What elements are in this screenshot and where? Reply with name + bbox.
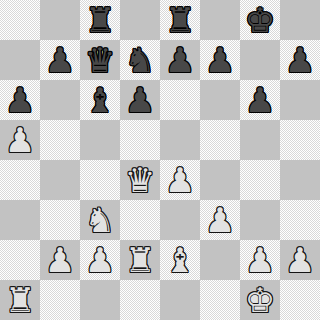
square-h7[interactable]: ♟ — [280, 40, 320, 80]
square-a8[interactable] — [0, 0, 40, 40]
square-b3[interactable] — [40, 200, 80, 240]
square-c3[interactable]: ♞ — [80, 200, 120, 240]
square-d2[interactable]: ♜ — [120, 240, 160, 280]
square-c7[interactable]: ♛ — [80, 40, 120, 80]
square-e2[interactable]: ♝ — [160, 240, 200, 280]
square-a7[interactable] — [0, 40, 40, 80]
square-e4[interactable]: ♟ — [160, 160, 200, 200]
square-a1[interactable]: ♜ — [0, 280, 40, 320]
square-c8[interactable]: ♜ — [80, 0, 120, 40]
square-f2[interactable] — [200, 240, 240, 280]
square-e6[interactable] — [160, 80, 200, 120]
white-pawn[interactable]: ♟ — [85, 240, 115, 280]
square-e8[interactable]: ♜ — [160, 0, 200, 40]
square-b7[interactable]: ♟ — [40, 40, 80, 80]
square-e3[interactable] — [160, 200, 200, 240]
square-e7[interactable]: ♟ — [160, 40, 200, 80]
black-pawn[interactable]: ♟ — [5, 80, 35, 120]
chess-board: ♜♜♚♟♛♞♟♟♟♟♝♟♟♟♛♟♞♟♟♟♜♝♟♟♜♚ — [0, 0, 320, 320]
square-b5[interactable] — [40, 120, 80, 160]
white-pawn[interactable]: ♟ — [285, 240, 315, 280]
square-h2[interactable]: ♟ — [280, 240, 320, 280]
black-bishop[interactable]: ♝ — [85, 80, 115, 120]
square-h5[interactable] — [280, 120, 320, 160]
square-d1[interactable] — [120, 280, 160, 320]
black-rook[interactable]: ♜ — [85, 0, 115, 40]
square-a4[interactable] — [0, 160, 40, 200]
square-b6[interactable] — [40, 80, 80, 120]
white-pawn[interactable]: ♟ — [165, 160, 195, 200]
square-a5[interactable]: ♟ — [0, 120, 40, 160]
square-c5[interactable] — [80, 120, 120, 160]
square-b1[interactable] — [40, 280, 80, 320]
square-g3[interactable] — [240, 200, 280, 240]
black-pawn[interactable]: ♟ — [205, 40, 235, 80]
square-b2[interactable]: ♟ — [40, 240, 80, 280]
black-queen[interactable]: ♛ — [85, 40, 115, 80]
white-pawn[interactable]: ♟ — [5, 120, 35, 160]
square-f3[interactable]: ♟ — [200, 200, 240, 240]
square-g7[interactable] — [240, 40, 280, 80]
square-b8[interactable] — [40, 0, 80, 40]
square-d7[interactable]: ♞ — [120, 40, 160, 80]
square-a6[interactable]: ♟ — [0, 80, 40, 120]
square-g1[interactable]: ♚ — [240, 280, 280, 320]
square-c4[interactable] — [80, 160, 120, 200]
white-pawn[interactable]: ♟ — [205, 200, 235, 240]
square-c6[interactable]: ♝ — [80, 80, 120, 120]
white-pawn[interactable]: ♟ — [245, 240, 275, 280]
square-f7[interactable]: ♟ — [200, 40, 240, 80]
black-pawn[interactable]: ♟ — [45, 40, 75, 80]
square-d8[interactable] — [120, 0, 160, 40]
square-d4[interactable]: ♛ — [120, 160, 160, 200]
square-h3[interactable] — [280, 200, 320, 240]
square-e5[interactable] — [160, 120, 200, 160]
square-f6[interactable] — [200, 80, 240, 120]
square-d5[interactable] — [120, 120, 160, 160]
black-pawn[interactable]: ♟ — [165, 40, 195, 80]
white-rook[interactable]: ♜ — [5, 280, 35, 320]
square-e1[interactable] — [160, 280, 200, 320]
black-pawn[interactable]: ♟ — [285, 40, 315, 80]
white-knight[interactable]: ♞ — [85, 200, 115, 240]
square-d6[interactable]: ♟ — [120, 80, 160, 120]
white-queen[interactable]: ♛ — [125, 160, 155, 200]
black-pawn[interactable]: ♟ — [125, 80, 155, 120]
square-c1[interactable] — [80, 280, 120, 320]
square-g8[interactable]: ♚ — [240, 0, 280, 40]
black-king[interactable]: ♚ — [245, 0, 275, 40]
square-d3[interactable] — [120, 200, 160, 240]
square-f4[interactable] — [200, 160, 240, 200]
square-h4[interactable] — [280, 160, 320, 200]
white-pawn[interactable]: ♟ — [45, 240, 75, 280]
black-rook[interactable]: ♜ — [165, 0, 195, 40]
square-h8[interactable] — [280, 0, 320, 40]
square-h1[interactable] — [280, 280, 320, 320]
white-bishop[interactable]: ♝ — [165, 240, 195, 280]
black-pawn[interactable]: ♟ — [245, 80, 275, 120]
square-f8[interactable] — [200, 0, 240, 40]
square-a2[interactable] — [0, 240, 40, 280]
square-g2[interactable]: ♟ — [240, 240, 280, 280]
square-g5[interactable] — [240, 120, 280, 160]
square-c2[interactable]: ♟ — [80, 240, 120, 280]
square-f5[interactable] — [200, 120, 240, 160]
square-f1[interactable] — [200, 280, 240, 320]
square-g4[interactable] — [240, 160, 280, 200]
square-b4[interactable] — [40, 160, 80, 200]
white-king[interactable]: ♚ — [245, 280, 275, 320]
square-a3[interactable] — [0, 200, 40, 240]
black-knight[interactable]: ♞ — [125, 40, 155, 80]
white-rook[interactable]: ♜ — [125, 240, 155, 280]
square-h6[interactable] — [280, 80, 320, 120]
square-g6[interactable]: ♟ — [240, 80, 280, 120]
